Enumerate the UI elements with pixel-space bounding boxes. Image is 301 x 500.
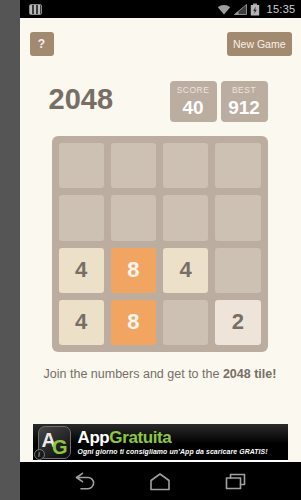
- wifi-icon: [217, 4, 231, 15]
- status-bar: 15:35: [20, 0, 301, 18]
- score-label: SCORE: [177, 86, 210, 95]
- help-button[interactable]: ?: [30, 32, 54, 56]
- recents-icon: [223, 471, 247, 492]
- tile-4-r2c0: 4: [59, 248, 104, 293]
- ad-info-icon[interactable]: i: [34, 449, 45, 460]
- cell-r1c1: [111, 195, 156, 240]
- cell-r1c3: [215, 195, 260, 240]
- tile-2-r3c3: 2: [215, 300, 260, 345]
- ad-title-green: Gratuita: [109, 428, 171, 447]
- cell-r0c0: [59, 143, 104, 188]
- battery-charging-icon: [250, 3, 260, 16]
- cell-r0c3: [215, 143, 260, 188]
- cell-r2c3: [215, 248, 260, 293]
- ad-logo-letter-g: G: [52, 434, 68, 460]
- signal-icon: [234, 4, 247, 15]
- tile-4-r2c2: 4: [163, 248, 208, 293]
- notification-stripes-icon: [29, 4, 42, 15]
- instruction-normal: Join the numbers and get to the: [44, 367, 223, 381]
- score-value: 40: [182, 98, 203, 117]
- tile-8-r2c1: 8: [111, 248, 156, 293]
- game-board[interactable]: 484482: [52, 136, 268, 352]
- ad-title-white: App: [78, 428, 110, 447]
- best-label: BEST: [232, 86, 256, 95]
- home-button[interactable]: [147, 470, 173, 492]
- best-value: 912: [228, 98, 260, 117]
- game-title: 2048: [49, 83, 114, 116]
- cell-r1c2: [163, 195, 208, 240]
- instruction-bold: 2048 tile!: [223, 367, 277, 381]
- new-game-button[interactable]: New Game: [227, 32, 292, 56]
- cell-r1c0: [59, 195, 104, 240]
- tile-8-r3c1: 8: [111, 300, 156, 345]
- cell-r0c2: [163, 143, 208, 188]
- ad-tagline: Ogni giorno ti consigliamo un’App da sca…: [78, 448, 268, 455]
- tile-4-r3c0: 4: [59, 300, 104, 345]
- instruction-text: Join the numbers and get to the 2048 til…: [20, 367, 301, 381]
- score-box: SCORE 40: [170, 81, 217, 122]
- phone-screen: 15:35 ? New Game 2048 SCORE 40 BEST 912 …: [20, 0, 301, 500]
- best-box: BEST 912: [221, 81, 268, 122]
- back-button[interactable]: [72, 470, 98, 492]
- cell-r0c1: [111, 143, 156, 188]
- recents-button[interactable]: [222, 470, 248, 492]
- back-icon: [73, 471, 97, 492]
- home-icon: [147, 471, 173, 492]
- cell-r3c2: [163, 300, 208, 345]
- nav-bar: [20, 462, 301, 500]
- ad-banner[interactable]: A G i AppGratuita Ogni giorno ti consigl…: [33, 424, 288, 462]
- status-time: 15:35: [266, 3, 295, 15]
- ad-title: AppGratuita: [78, 429, 268, 446]
- scoreboard: SCORE 40 BEST 912: [170, 81, 268, 122]
